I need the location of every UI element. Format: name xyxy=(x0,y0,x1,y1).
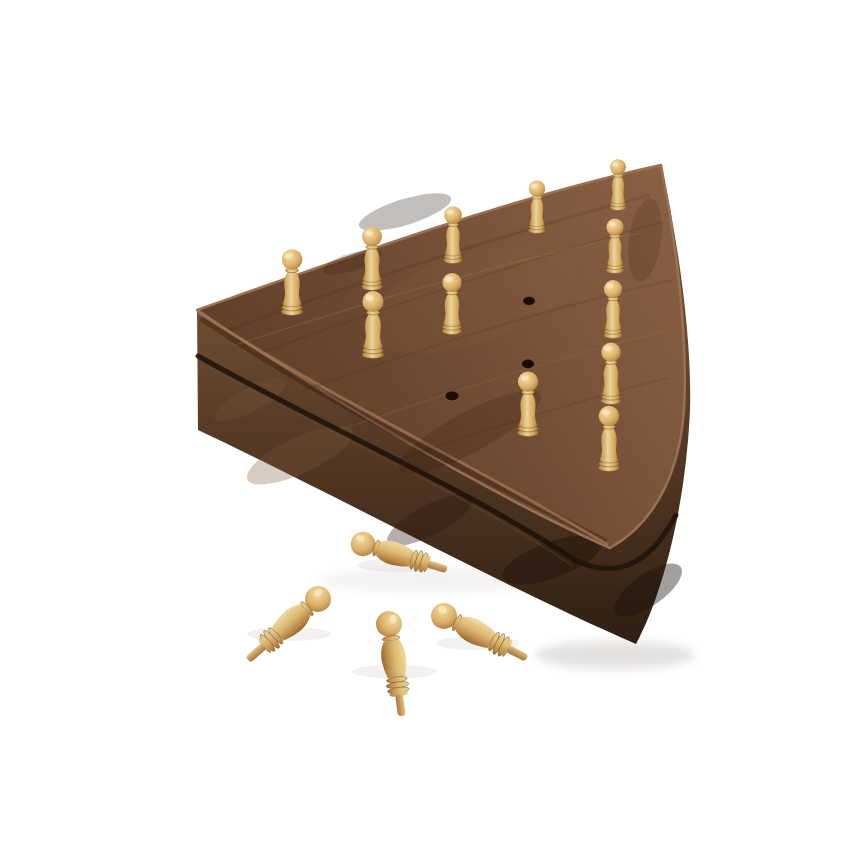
peg-hole-3[interactable] xyxy=(362,291,384,358)
peg-hole-12[interactable] xyxy=(606,219,624,274)
peg-hole-13[interactable] xyxy=(603,280,622,338)
peg-hole-5[interactable] xyxy=(442,273,462,334)
loose-peg-2[interactable] xyxy=(239,581,336,670)
empty-hole-8[interactable] xyxy=(523,297,535,306)
peg-hole-7[interactable] xyxy=(528,180,546,233)
product-photo-canvas xyxy=(0,0,863,863)
peg-hole-2[interactable] xyxy=(361,227,382,291)
peg-solitaire-scene xyxy=(0,0,863,863)
peg-hole-4[interactable] xyxy=(444,206,463,263)
empty-hole-6[interactable] xyxy=(445,391,458,401)
loose-peg-3[interactable] xyxy=(374,609,414,717)
empty-hole-9[interactable] xyxy=(522,360,534,369)
loose-peg-4[interactable] xyxy=(427,599,533,670)
peg-hole-14[interactable] xyxy=(601,342,622,404)
peg-hole-1[interactable] xyxy=(281,249,303,315)
peg-hole-11[interactable] xyxy=(610,159,627,210)
peg-hole-15[interactable] xyxy=(598,406,620,472)
peg-hole-10[interactable] xyxy=(517,371,539,436)
